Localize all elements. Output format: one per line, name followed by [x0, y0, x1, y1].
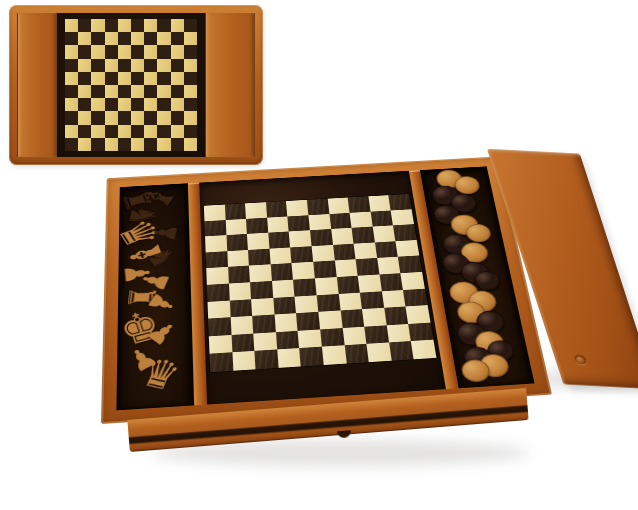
board-square: [368, 195, 391, 211]
board-square: [255, 350, 279, 370]
board-square: [229, 299, 252, 317]
board-square: [253, 332, 277, 351]
board-square: [226, 234, 248, 251]
board-square: [327, 198, 349, 214]
chess-pieces-tray: ♜♝♞♛♟♝♞♟♟♜♟♚♟♟♛: [116, 183, 194, 410]
board-square: [377, 257, 401, 275]
board-square: [295, 295, 319, 313]
board-square: [251, 298, 274, 316]
box-front-notch: [337, 430, 352, 438]
board-square: [379, 273, 403, 291]
board-square: [209, 353, 232, 373]
board-square: [336, 276, 360, 294]
board-square: [384, 307, 408, 326]
product-photo-scene: ♜♝♞♛♟♝♞♟♟♜♟♚♟♟♛: [0, 0, 638, 510]
board-square: [386, 324, 411, 343]
board-square: [206, 267, 228, 285]
board-square: [360, 291, 384, 309]
board-square: [252, 315, 275, 334]
board-square: [289, 230, 312, 247]
board-square: [245, 202, 267, 218]
board-square: [268, 232, 290, 249]
board-square: [249, 265, 272, 283]
board-square: [206, 251, 228, 268]
board-square: [232, 351, 256, 371]
board-square: [389, 341, 414, 360]
board-square: [322, 346, 346, 365]
box-interior: ♜♝♞♛♟♝♞♟♟♜♟♚♟♟♛: [116, 166, 534, 410]
board-square: [350, 211, 373, 228]
board-square: [396, 240, 420, 257]
board-square: [228, 266, 250, 284]
board-square: [225, 203, 247, 219]
board-surface: [199, 171, 446, 405]
board-square: [308, 214, 330, 231]
board-square: [227, 250, 249, 267]
board-square: [338, 292, 362, 310]
board-square: [298, 329, 322, 348]
board-square: [248, 249, 270, 266]
board-square: [375, 241, 398, 258]
board-square: [293, 278, 316, 296]
board-square: [362, 308, 386, 327]
board-square: [354, 242, 377, 259]
board-square: [312, 245, 335, 262]
board-square: [271, 263, 294, 281]
board-square: [204, 205, 225, 221]
board-square: [247, 233, 269, 250]
lid-finger-hole: [574, 355, 588, 365]
board-square: [344, 344, 369, 363]
board-square: [288, 215, 310, 232]
board-square: [315, 277, 338, 295]
board-square: [398, 256, 422, 273]
board-square: [266, 201, 288, 217]
board-square: [300, 347, 324, 366]
board-square: [286, 200, 308, 216]
board-square: [348, 196, 371, 212]
board-square: [393, 224, 416, 241]
board-square: [250, 281, 273, 299]
board-square: [406, 305, 431, 324]
main-board-grid: [204, 194, 437, 372]
board-square: [329, 213, 352, 230]
board-square: [274, 313, 298, 332]
board-square: [292, 262, 315, 280]
board-square: [364, 325, 389, 344]
open-box-top: ♜♝♞♛♟♝♞♟♟♜♟♚♟♟♛: [101, 156, 552, 424]
board-square: [318, 311, 342, 330]
board-square: [267, 216, 289, 233]
board-square: [409, 322, 434, 341]
board-square: [290, 246, 313, 263]
board-square: [313, 261, 336, 279]
board-square: [307, 199, 329, 215]
board-square: [367, 343, 392, 362]
board-square: [333, 244, 356, 261]
board-square: [207, 284, 230, 302]
board-square: [389, 194, 412, 210]
board-square: [246, 217, 268, 234]
board-square: [411, 340, 436, 359]
board-square: [209, 335, 232, 354]
board-square: [340, 309, 364, 328]
board-square: [208, 300, 231, 318]
board-square: [370, 210, 393, 227]
board-square: [269, 247, 292, 264]
board-square: [320, 328, 344, 347]
board-square: [356, 258, 380, 276]
board-square: [403, 288, 427, 306]
board-square: [230, 316, 253, 335]
board-square: [205, 235, 227, 252]
board-square: [229, 282, 252, 300]
board-square: [401, 272, 425, 290]
board-square: [382, 290, 406, 308]
board-square: [310, 229, 333, 246]
board-square: [277, 348, 301, 368]
checkers-disc: [473, 270, 502, 291]
board-square: [331, 228, 354, 245]
board-square: [391, 209, 414, 225]
board-square: [225, 219, 247, 236]
board-square: [342, 327, 366, 346]
board-square: [296, 312, 320, 331]
board-square: [231, 333, 254, 352]
board-square: [208, 317, 231, 336]
board-square: [373, 225, 396, 242]
board-square: [317, 294, 341, 312]
board-square: [204, 220, 226, 237]
board-square: [273, 296, 296, 314]
board-square: [276, 331, 300, 350]
board-square: [358, 274, 382, 292]
board-square: [272, 280, 295, 298]
board-square: [352, 227, 375, 244]
board-square: [334, 259, 357, 277]
